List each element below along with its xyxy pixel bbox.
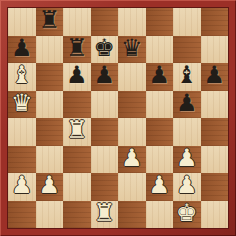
square-f2[interactable]: ♟: [146, 173, 174, 201]
square-b5[interactable]: [36, 91, 64, 119]
square-g7[interactable]: [173, 36, 201, 64]
square-c2[interactable]: [63, 173, 91, 201]
chess-board: ♜♟♜♚♛♝♟♟♟♝♟♛♟♜♟♟♟♟♟♟♜♚: [8, 8, 228, 228]
square-g5[interactable]: ♟: [173, 91, 201, 119]
piece-white-queen: ♛: [11, 91, 33, 118]
square-h8[interactable]: [201, 8, 229, 36]
square-a7[interactable]: ♟: [8, 36, 36, 64]
square-e7[interactable]: ♛: [118, 36, 146, 64]
square-a6[interactable]: ♝: [8, 63, 36, 91]
square-b1[interactable]: [36, 201, 64, 229]
piece-black-pawn: ♟: [176, 91, 198, 118]
piece-white-bishop: ♝: [11, 63, 33, 90]
square-f5[interactable]: [146, 91, 174, 119]
square-g4[interactable]: [173, 118, 201, 146]
square-e1[interactable]: [118, 201, 146, 229]
square-b2[interactable]: ♟: [36, 173, 64, 201]
square-f4[interactable]: [146, 118, 174, 146]
square-c7[interactable]: ♜: [63, 36, 91, 64]
square-d7[interactable]: ♚: [91, 36, 119, 64]
square-d3[interactable]: [91, 146, 119, 174]
piece-black-rook: ♜: [66, 36, 88, 63]
piece-black-pawn: ♟: [66, 63, 88, 90]
piece-white-pawn: ♟: [121, 146, 143, 173]
square-c6[interactable]: ♟: [63, 63, 91, 91]
piece-white-pawn: ♟: [11, 173, 33, 200]
square-g8[interactable]: [173, 8, 201, 36]
square-h2[interactable]: [201, 173, 229, 201]
piece-black-pawn: ♟: [93, 63, 115, 90]
square-a8[interactable]: [8, 8, 36, 36]
square-a5[interactable]: ♛: [8, 91, 36, 119]
square-c4[interactable]: ♜: [63, 118, 91, 146]
square-b3[interactable]: [36, 146, 64, 174]
square-e8[interactable]: [118, 8, 146, 36]
piece-white-pawn: ♟: [176, 146, 198, 173]
square-g3[interactable]: ♟: [173, 146, 201, 174]
piece-black-queen: ♛: [121, 36, 143, 63]
piece-black-pawn: ♟: [148, 63, 170, 90]
piece-white-king: ♚: [176, 201, 198, 228]
piece-black-rook: ♜: [38, 8, 60, 35]
square-f7[interactable]: [146, 36, 174, 64]
piece-white-pawn: ♟: [176, 173, 198, 200]
square-e3[interactable]: ♟: [118, 146, 146, 174]
piece-black-bishop: ♝: [176, 63, 198, 90]
square-d1[interactable]: ♜: [91, 201, 119, 229]
square-a1[interactable]: [8, 201, 36, 229]
square-h6[interactable]: ♟: [201, 63, 229, 91]
piece-white-rook: ♜: [93, 201, 115, 228]
square-g1[interactable]: ♚: [173, 201, 201, 229]
piece-black-pawn: ♟: [11, 36, 33, 63]
square-b6[interactable]: [36, 63, 64, 91]
square-h5[interactable]: [201, 91, 229, 119]
square-d8[interactable]: [91, 8, 119, 36]
piece-black-pawn: ♟: [203, 63, 225, 90]
square-c3[interactable]: [63, 146, 91, 174]
square-d2[interactable]: [91, 173, 119, 201]
square-h4[interactable]: [201, 118, 229, 146]
piece-black-king: ♚: [93, 36, 115, 63]
square-f8[interactable]: [146, 8, 174, 36]
square-g2[interactable]: ♟: [173, 173, 201, 201]
square-d5[interactable]: [91, 91, 119, 119]
square-g6[interactable]: ♝: [173, 63, 201, 91]
square-c5[interactable]: [63, 91, 91, 119]
square-e2[interactable]: [118, 173, 146, 201]
square-c8[interactable]: [63, 8, 91, 36]
square-b4[interactable]: [36, 118, 64, 146]
square-e4[interactable]: [118, 118, 146, 146]
square-h7[interactable]: [201, 36, 229, 64]
square-f1[interactable]: [146, 201, 174, 229]
piece-white-pawn: ♟: [148, 173, 170, 200]
square-e6[interactable]: [118, 63, 146, 91]
piece-white-rook: ♜: [66, 118, 88, 145]
square-d6[interactable]: ♟: [91, 63, 119, 91]
square-a3[interactable]: [8, 146, 36, 174]
square-f6[interactable]: ♟: [146, 63, 174, 91]
piece-white-pawn: ♟: [38, 173, 60, 200]
square-h3[interactable]: [201, 146, 229, 174]
board-frame: ♜♟♜♚♛♝♟♟♟♝♟♛♟♜♟♟♟♟♟♟♜♚: [0, 0, 236, 236]
square-b7[interactable]: [36, 36, 64, 64]
square-c1[interactable]: [63, 201, 91, 229]
square-e5[interactable]: [118, 91, 146, 119]
square-a2[interactable]: ♟: [8, 173, 36, 201]
square-b8[interactable]: ♜: [36, 8, 64, 36]
square-h1[interactable]: [201, 201, 229, 229]
square-a4[interactable]: [8, 118, 36, 146]
square-f3[interactable]: [146, 146, 174, 174]
square-d4[interactable]: [91, 118, 119, 146]
